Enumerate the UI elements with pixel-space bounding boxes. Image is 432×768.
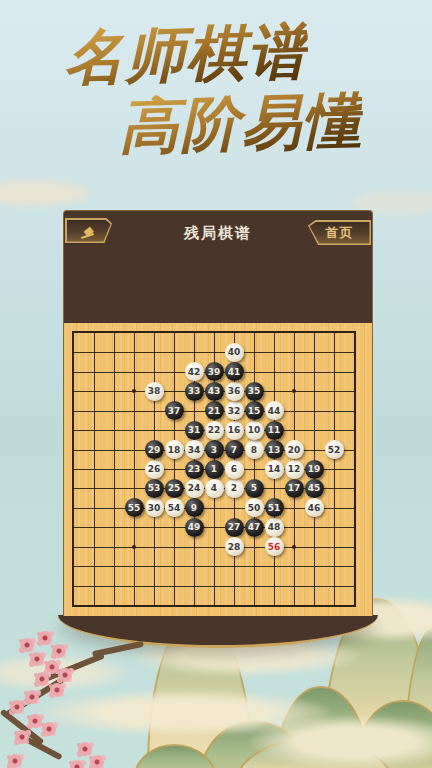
- stone-21: 21: [205, 401, 224, 420]
- stone-49: 49: [185, 518, 204, 537]
- stone-4: 4: [205, 479, 224, 498]
- stone-40: 40: [225, 343, 244, 362]
- stone-6: 6: [225, 460, 244, 479]
- stone-11: 11: [265, 421, 284, 440]
- mist-cloud: [0, 655, 130, 691]
- stone-39: 39: [205, 362, 224, 381]
- stone-2: 2: [225, 479, 244, 498]
- stone-27: 27: [225, 518, 244, 537]
- star-point: [292, 389, 296, 393]
- stone-18: 18: [165, 440, 184, 459]
- app-screen: { "game": "gomoku", "app": { "calligraph…: [0, 0, 432, 768]
- stone-7: 7: [225, 440, 244, 459]
- stone-38: 38: [145, 382, 164, 401]
- stone-54: 54: [165, 498, 184, 517]
- grid-line: [74, 586, 354, 587]
- stone-41: 41: [225, 362, 244, 381]
- stone-28: 28: [225, 537, 244, 556]
- cloud: [0, 180, 90, 206]
- star-point: [132, 545, 136, 549]
- stone-45: 45: [305, 479, 324, 498]
- grid-line: [74, 547, 354, 548]
- stone-56: 56: [265, 537, 284, 556]
- stone-23: 23: [185, 460, 204, 479]
- star-point: [292, 545, 296, 549]
- board-grid[interactable]: 1234567891011121314151617181920212223242…: [72, 331, 356, 607]
- stone-53: 53: [145, 479, 164, 498]
- stone-44: 44: [265, 401, 284, 420]
- stone-16: 16: [225, 421, 244, 440]
- stone-8: 8: [245, 440, 264, 459]
- grid-line: [334, 333, 335, 605]
- gomoku-board[interactable]: 1234567891011121314151617181920212223242…: [64, 323, 372, 616]
- star-point: [132, 389, 136, 393]
- stone-55: 55: [125, 498, 144, 517]
- stone-30: 30: [145, 498, 164, 517]
- stone-1: 1: [205, 460, 224, 479]
- home-button-label: 首页: [326, 224, 354, 242]
- stone-15: 15: [245, 401, 264, 420]
- stone-37: 37: [165, 401, 184, 420]
- stone-10: 10: [245, 421, 264, 440]
- stone-51: 51: [265, 498, 284, 517]
- stone-12: 12: [285, 460, 304, 479]
- grid-line: [254, 333, 255, 605]
- stone-42: 42: [185, 362, 204, 381]
- stone-33: 33: [185, 382, 204, 401]
- stone-3: 3: [205, 440, 224, 459]
- stone-46: 46: [305, 498, 324, 517]
- stone-20: 20: [285, 440, 304, 459]
- stone-52: 52: [325, 440, 344, 459]
- stone-14: 14: [265, 460, 284, 479]
- stone-25: 25: [165, 479, 184, 498]
- stone-22: 22: [205, 421, 224, 440]
- stone-31: 31: [185, 421, 204, 440]
- stone-48: 48: [265, 518, 284, 537]
- stone-19: 19: [305, 460, 324, 479]
- stone-29: 29: [145, 440, 164, 459]
- stone-47: 47: [245, 518, 264, 537]
- grid-line: [74, 566, 354, 567]
- stone-17: 17: [285, 479, 304, 498]
- stone-32: 32: [225, 401, 244, 420]
- panel-header: ◆ 残局棋谱 首页: [64, 211, 372, 323]
- record-panel: ◆ 残局棋谱 首页 123456789101112131415161718192…: [63, 210, 373, 616]
- home-button-face: 首页: [310, 222, 370, 244]
- stone-13: 13: [265, 440, 284, 459]
- stone-43: 43: [205, 382, 224, 401]
- grid-line: [74, 527, 354, 528]
- stone-50: 50: [245, 498, 264, 517]
- stone-9: 9: [185, 498, 204, 517]
- stone-5: 5: [245, 479, 264, 498]
- stone-35: 35: [245, 382, 264, 401]
- stone-34: 34: [185, 440, 204, 459]
- stone-36: 36: [225, 382, 244, 401]
- stone-24: 24: [185, 479, 204, 498]
- home-button[interactable]: 首页: [308, 220, 371, 245]
- stone-26: 26: [145, 460, 164, 479]
